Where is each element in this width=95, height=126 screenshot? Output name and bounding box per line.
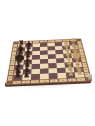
- coordinate-plaque: 1: [77, 78, 86, 81]
- coordinate-plaque: g: [83, 67, 89, 72]
- chess-board: 87654321 87654321 abcdefgh abcdefgh ♜♟♟♜…: [6, 39, 92, 85]
- board-frame: 87654321 87654321 abcdefgh abcdefgh ♜♟♟♜…: [6, 39, 92, 85]
- coordinate-plaque: 5: [40, 80, 48, 83]
- coordinate-plaque: h: [8, 76, 13, 81]
- product-photo: 87654321 87654321 abcdefgh abcdefgh ♜♟♟♜…: [0, 0, 95, 126]
- black-rook: ♜: [14, 71, 22, 80]
- coordinate-plaque: 6: [31, 80, 39, 83]
- square-h2: ♟: [66, 72, 76, 78]
- clasp-latch: [87, 74, 91, 80]
- square-h5: [40, 74, 49, 80]
- square-d6: [32, 55, 40, 60]
- square-h7: ♟: [22, 74, 31, 80]
- coordinate-plaque: 2: [68, 78, 76, 81]
- board-grid: ♜♟♟♜♞♟♟♞♝♟♟♝♛♟♟♛♚♟♟♚♝♟♟♝♞♟♟♞♜♟♟♜: [13, 42, 84, 81]
- white-pawn: ♟: [67, 70, 74, 78]
- coordinate-plaque: 3: [59, 79, 67, 82]
- coordinate-plaque: 4: [49, 79, 57, 82]
- square-h1: ♜: [75, 72, 85, 78]
- square-h6: [31, 74, 40, 80]
- black-pawn: ♟: [23, 72, 30, 80]
- white-rook: ♜: [76, 68, 84, 77]
- square-h8: ♜: [13, 75, 22, 81]
- coordinate-plaque: 8: [13, 81, 21, 84]
- coordinate-plaque: 7: [22, 80, 30, 83]
